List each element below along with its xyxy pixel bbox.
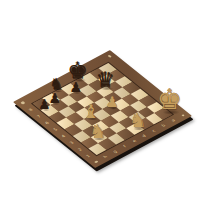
white-bishop: ♝ — [83, 101, 100, 122]
black-pawn: ♟ — [49, 91, 61, 106]
white-king: ♚ — [157, 83, 182, 116]
white-knight: ♞ — [89, 121, 106, 142]
white-knight: ♞ — [129, 109, 146, 132]
frame-inlay-dot — [94, 160, 98, 163]
white-pawn: ♟ — [105, 93, 118, 110]
frame-inlay-dot — [107, 55, 111, 58]
frame-inlay-dot — [20, 101, 24, 104]
black-queen: ♛ — [96, 67, 115, 92]
black-pawn: ♟ — [38, 96, 50, 111]
black-pawn: ♟ — [70, 80, 82, 95]
chess-set-photo: hgfedcba 87654321 ♚♞♛♟♟♟♚♝♟♞♞ — [0, 0, 218, 218]
